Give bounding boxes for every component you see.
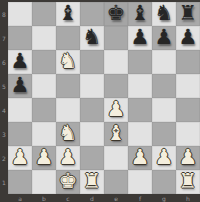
square-c3[interactable]: ♞ [56,122,80,146]
black-rook[interactable]: ♜ [179,3,198,24]
square-e4[interactable]: ♟ [104,98,128,122]
square-d4[interactable] [80,98,104,122]
square-b2[interactable]: ♟ [32,146,56,170]
black-king[interactable]: ♚ [107,3,126,24]
square-g3[interactable] [152,122,176,146]
white-pawn[interactable]: ♟ [35,147,54,168]
rank-label-8: 8 [0,2,8,26]
square-c5[interactable] [56,74,80,98]
file-label-g: g [152,194,176,202]
white-knight[interactable]: ♞ [59,51,78,72]
black-knight[interactable]: ♞ [155,3,174,24]
file-label-h: h [176,194,200,202]
square-f7[interactable]: ♟ [128,26,152,50]
square-a4[interactable] [8,98,32,122]
square-h2[interactable]: ♟ [176,146,200,170]
square-e2[interactable] [104,146,128,170]
square-a6[interactable]: ♟ [8,50,32,74]
square-f2[interactable]: ♟ [128,146,152,170]
black-bishop[interactable]: ♝ [59,3,78,24]
square-c8[interactable]: ♝ [56,2,80,26]
square-d5[interactable] [80,74,104,98]
square-g7[interactable]: ♟ [152,26,176,50]
square-a7[interactable] [8,26,32,50]
square-g2[interactable]: ♟ [152,146,176,170]
black-knight[interactable]: ♞ [83,27,102,48]
rank-label-3: 3 [0,122,8,146]
black-pawn[interactable]: ♟ [11,51,30,72]
file-label-d: d [80,194,104,202]
file-label-c: c [56,194,80,202]
file-label-a: a [8,194,32,202]
square-d8[interactable] [80,2,104,26]
square-g1[interactable] [152,170,176,194]
square-d7[interactable]: ♞ [80,26,104,50]
black-pawn[interactable]: ♟ [155,27,174,48]
square-c2[interactable]: ♟ [56,146,80,170]
square-c1[interactable]: ♚ [56,170,80,194]
square-b7[interactable] [32,26,56,50]
rank-label-5: 5 [0,74,8,98]
square-h5[interactable] [176,74,200,98]
square-a3[interactable] [8,122,32,146]
square-c7[interactable] [56,26,80,50]
square-f1[interactable] [128,170,152,194]
file-label-e: e [104,194,128,202]
black-pawn[interactable]: ♟ [11,75,30,96]
square-c6[interactable]: ♞ [56,50,80,74]
square-f6[interactable] [128,50,152,74]
square-b8[interactable] [32,2,56,26]
square-f8[interactable]: ♝ [128,2,152,26]
white-pawn[interactable]: ♟ [11,147,30,168]
square-a5[interactable]: ♟ [8,74,32,98]
file-labels: abcdefgh [8,194,200,202]
square-h6[interactable] [176,50,200,74]
white-pawn[interactable]: ♟ [107,99,126,120]
square-h4[interactable] [176,98,200,122]
white-bishop[interactable]: ♝ [107,123,126,144]
square-e1[interactable] [104,170,128,194]
white-knight[interactable]: ♞ [59,123,78,144]
square-h3[interactable] [176,122,200,146]
white-pawn[interactable]: ♟ [59,147,78,168]
square-f5[interactable] [128,74,152,98]
square-h1[interactable]: ♜ [176,170,200,194]
white-rook[interactable]: ♜ [83,171,102,192]
white-pawn[interactable]: ♟ [179,147,198,168]
rank-labels: 87654321 [0,2,8,194]
square-e6[interactable] [104,50,128,74]
file-label-b: b [32,194,56,202]
square-b4[interactable] [32,98,56,122]
square-d6[interactable] [80,50,104,74]
square-b3[interactable] [32,122,56,146]
square-b5[interactable] [32,74,56,98]
white-rook[interactable]: ♜ [179,171,198,192]
file-label-f: f [128,194,152,202]
rank-label-7: 7 [0,26,8,50]
square-b1[interactable] [32,170,56,194]
black-bishop[interactable]: ♝ [131,3,150,24]
square-g4[interactable] [152,98,176,122]
square-e3[interactable]: ♝ [104,122,128,146]
square-a2[interactable]: ♟ [8,146,32,170]
white-king[interactable]: ♚ [59,171,78,192]
square-d2[interactable] [80,146,104,170]
square-d1[interactable]: ♜ [80,170,104,194]
square-b6[interactable] [32,50,56,74]
square-e8[interactable]: ♚ [104,2,128,26]
chess-board: ♝♚♝♞♜♞♟♟♟♟♞♟♟♞♝♟♟♟♟♟♟♚♜♜ [8,2,200,194]
square-h7[interactable]: ♟ [176,26,200,50]
white-pawn[interactable]: ♟ [131,147,150,168]
square-c4[interactable] [56,98,80,122]
square-g5[interactable] [152,74,176,98]
black-pawn[interactable]: ♟ [179,27,198,48]
square-e5[interactable] [104,74,128,98]
square-f4[interactable] [128,98,152,122]
square-g8[interactable]: ♞ [152,2,176,26]
rank-label-1: 1 [0,170,8,194]
square-f3[interactable] [128,122,152,146]
square-a8[interactable] [8,2,32,26]
chess-board-frame: 87654321 ♝♚♝♞♜♞♟♟♟♟♞♟♟♞♝♟♟♟♟♟♟♚♜♜ abcdef… [0,0,200,202]
square-g6[interactable] [152,50,176,74]
white-pawn[interactable]: ♟ [155,147,174,168]
rank-label-6: 6 [0,50,8,74]
rank-label-4: 4 [0,98,8,122]
rank-label-2: 2 [0,146,8,170]
square-e7[interactable] [104,26,128,50]
square-a1[interactable] [8,170,32,194]
square-h8[interactable]: ♜ [176,2,200,26]
black-pawn[interactable]: ♟ [131,27,150,48]
square-d3[interactable] [80,122,104,146]
